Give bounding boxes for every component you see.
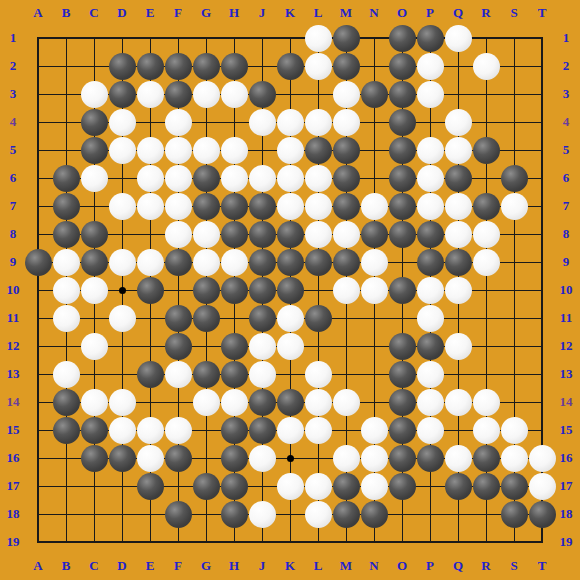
row-label-left: 4 [10, 114, 17, 130]
white-stone [417, 417, 444, 444]
white-stone [165, 137, 192, 164]
white-stone [249, 445, 276, 472]
column-label-top: D [117, 5, 126, 21]
white-stone [473, 389, 500, 416]
white-stone [221, 81, 248, 108]
white-stone [221, 389, 248, 416]
black-stone [137, 277, 164, 304]
row-label-right: 5 [563, 142, 570, 158]
white-stone [193, 81, 220, 108]
white-stone [109, 193, 136, 220]
black-stone [417, 249, 444, 276]
black-stone [417, 333, 444, 360]
white-stone [417, 53, 444, 80]
white-stone [305, 193, 332, 220]
white-stone [277, 305, 304, 332]
white-stone [81, 165, 108, 192]
black-stone [473, 137, 500, 164]
black-stone [193, 361, 220, 388]
row-label-right: 17 [560, 478, 573, 494]
black-stone [249, 305, 276, 332]
black-stone [305, 305, 332, 332]
black-stone [501, 473, 528, 500]
column-label-top: J [259, 5, 266, 21]
white-stone [445, 109, 472, 136]
column-label-top: O [397, 5, 407, 21]
white-stone [445, 333, 472, 360]
black-stone [249, 221, 276, 248]
black-stone [445, 473, 472, 500]
white-stone [81, 277, 108, 304]
black-stone [249, 277, 276, 304]
column-label-bottom: F [174, 558, 182, 574]
white-stone [445, 221, 472, 248]
black-stone [473, 473, 500, 500]
row-label-right: 13 [560, 366, 573, 382]
white-stone [193, 137, 220, 164]
black-stone [277, 277, 304, 304]
white-stone [109, 109, 136, 136]
column-label-top: S [510, 5, 517, 21]
white-stone [445, 137, 472, 164]
grid-line-horizontal [37, 374, 543, 375]
white-stone [81, 333, 108, 360]
black-stone [417, 445, 444, 472]
black-stone [333, 193, 360, 220]
white-stone [417, 81, 444, 108]
column-label-top: L [314, 5, 323, 21]
column-label-top: P [426, 5, 434, 21]
black-stone [389, 137, 416, 164]
black-stone [501, 501, 528, 528]
column-label-top: Q [453, 5, 463, 21]
white-stone [277, 137, 304, 164]
black-stone [81, 417, 108, 444]
black-stone [221, 221, 248, 248]
black-stone [361, 501, 388, 528]
black-stone [333, 165, 360, 192]
star-point [119, 287, 126, 294]
black-stone [165, 249, 192, 276]
row-label-right: 16 [560, 450, 573, 466]
white-stone [445, 25, 472, 52]
white-stone [137, 165, 164, 192]
white-stone [501, 417, 528, 444]
column-label-bottom: D [117, 558, 126, 574]
white-stone [305, 389, 332, 416]
white-stone [109, 305, 136, 332]
row-label-right: 19 [560, 534, 573, 550]
white-stone [277, 473, 304, 500]
black-stone [81, 445, 108, 472]
column-label-top: T [538, 5, 547, 21]
black-stone [53, 417, 80, 444]
white-stone [305, 473, 332, 500]
black-stone [165, 305, 192, 332]
white-stone [221, 249, 248, 276]
white-stone [445, 193, 472, 220]
white-stone [109, 249, 136, 276]
black-stone [221, 417, 248, 444]
black-stone [249, 389, 276, 416]
white-stone [501, 445, 528, 472]
black-stone [445, 165, 472, 192]
white-stone [473, 221, 500, 248]
black-stone [221, 193, 248, 220]
white-stone [333, 389, 360, 416]
column-label-top: H [229, 5, 239, 21]
black-stone [137, 53, 164, 80]
column-label-bottom: K [285, 558, 295, 574]
row-label-left: 2 [10, 58, 17, 74]
white-stone [53, 305, 80, 332]
column-label-top: N [369, 5, 378, 21]
white-stone [305, 417, 332, 444]
column-label-bottom: B [62, 558, 71, 574]
column-label-top: R [481, 5, 490, 21]
white-stone [305, 501, 332, 528]
row-label-left: 8 [10, 226, 17, 242]
black-stone [333, 53, 360, 80]
white-stone [193, 221, 220, 248]
black-stone [165, 445, 192, 472]
column-label-bottom: H [229, 558, 239, 574]
black-stone [389, 277, 416, 304]
white-stone [333, 109, 360, 136]
black-stone [389, 445, 416, 472]
white-stone [165, 165, 192, 192]
white-stone [529, 445, 556, 472]
black-stone [389, 361, 416, 388]
column-label-bottom: R [481, 558, 490, 574]
black-stone [249, 193, 276, 220]
black-stone [109, 445, 136, 472]
white-stone [417, 165, 444, 192]
column-label-top: B [62, 5, 71, 21]
black-stone [53, 221, 80, 248]
white-stone [109, 389, 136, 416]
white-stone [249, 501, 276, 528]
black-stone [109, 81, 136, 108]
white-stone [305, 109, 332, 136]
white-stone [361, 417, 388, 444]
black-stone [249, 417, 276, 444]
row-label-left: 1 [10, 30, 17, 46]
column-label-bottom: A [33, 558, 42, 574]
white-stone [445, 445, 472, 472]
white-stone [277, 109, 304, 136]
row-label-right: 12 [560, 338, 573, 354]
white-stone [81, 389, 108, 416]
black-stone [249, 249, 276, 276]
black-stone [53, 389, 80, 416]
white-stone [137, 249, 164, 276]
white-stone [193, 389, 220, 416]
white-stone [305, 25, 332, 52]
black-stone [165, 53, 192, 80]
white-stone [417, 137, 444, 164]
white-stone [221, 165, 248, 192]
row-label-left: 13 [7, 366, 20, 382]
column-label-bottom: J [259, 558, 266, 574]
black-stone [389, 193, 416, 220]
white-stone [137, 417, 164, 444]
black-stone [53, 193, 80, 220]
black-stone [389, 473, 416, 500]
row-label-right: 11 [560, 310, 572, 326]
black-stone [221, 361, 248, 388]
column-label-bottom: O [397, 558, 407, 574]
black-stone [81, 221, 108, 248]
white-stone [417, 305, 444, 332]
white-stone [249, 333, 276, 360]
white-stone [333, 81, 360, 108]
white-stone [305, 165, 332, 192]
white-stone [361, 193, 388, 220]
black-stone [473, 445, 500, 472]
white-stone [333, 277, 360, 304]
black-stone [81, 137, 108, 164]
black-stone [305, 137, 332, 164]
black-stone [389, 53, 416, 80]
black-stone [193, 305, 220, 332]
black-stone [193, 165, 220, 192]
black-stone [25, 249, 52, 276]
row-label-left: 6 [10, 170, 17, 186]
white-stone [221, 137, 248, 164]
black-stone [305, 249, 332, 276]
white-stone [305, 361, 332, 388]
white-stone [305, 221, 332, 248]
white-stone [81, 81, 108, 108]
black-stone [361, 221, 388, 248]
black-stone [221, 277, 248, 304]
white-stone [165, 109, 192, 136]
black-stone [417, 221, 444, 248]
column-label-bottom: S [510, 558, 517, 574]
row-label-right: 2 [563, 58, 570, 74]
white-stone [165, 193, 192, 220]
row-label-right: 1 [563, 30, 570, 46]
white-stone [305, 53, 332, 80]
column-label-top: A [33, 5, 42, 21]
black-stone [277, 221, 304, 248]
black-stone [389, 81, 416, 108]
column-label-bottom: L [314, 558, 323, 574]
row-label-left: 10 [7, 282, 20, 298]
black-stone [501, 165, 528, 192]
row-label-right: 8 [563, 226, 570, 242]
white-stone [361, 277, 388, 304]
white-stone [249, 361, 276, 388]
black-stone [137, 361, 164, 388]
row-label-left: 3 [10, 86, 17, 102]
black-stone [249, 81, 276, 108]
black-stone [389, 389, 416, 416]
black-stone [81, 109, 108, 136]
grid-line-horizontal [37, 514, 543, 515]
column-label-bottom: M [340, 558, 352, 574]
column-label-top: F [174, 5, 182, 21]
white-stone [529, 473, 556, 500]
white-stone [137, 81, 164, 108]
white-stone [277, 165, 304, 192]
row-label-right: 3 [563, 86, 570, 102]
row-label-right: 10 [560, 282, 573, 298]
white-stone [333, 221, 360, 248]
white-stone [501, 193, 528, 220]
row-label-left: 18 [7, 506, 20, 522]
black-stone [221, 53, 248, 80]
column-label-bottom: P [426, 558, 434, 574]
white-stone [277, 417, 304, 444]
column-label-bottom: G [201, 558, 211, 574]
row-label-left: 17 [7, 478, 20, 494]
black-stone [221, 445, 248, 472]
row-label-right: 15 [560, 422, 573, 438]
white-stone [165, 221, 192, 248]
white-stone [137, 137, 164, 164]
white-stone [165, 361, 192, 388]
black-stone [361, 81, 388, 108]
column-label-top: G [201, 5, 211, 21]
row-label-left: 15 [7, 422, 20, 438]
column-label-top: K [285, 5, 295, 21]
black-stone [193, 277, 220, 304]
black-stone [221, 473, 248, 500]
go-board[interactable]: AABBCCDDEEFFGGHHJJKKLLMMNNOOPPQQRRSSTT11… [0, 0, 580, 580]
row-label-left: 14 [7, 394, 20, 410]
black-stone [389, 25, 416, 52]
black-stone [193, 193, 220, 220]
row-label-left: 12 [7, 338, 20, 354]
black-stone [165, 501, 192, 528]
row-label-right: 7 [563, 198, 570, 214]
row-label-right: 18 [560, 506, 573, 522]
black-stone [333, 473, 360, 500]
white-stone [333, 445, 360, 472]
black-stone [53, 165, 80, 192]
row-label-right: 4 [563, 114, 570, 130]
black-stone [389, 109, 416, 136]
white-stone [473, 417, 500, 444]
white-stone [277, 333, 304, 360]
black-stone [333, 249, 360, 276]
row-label-right: 6 [563, 170, 570, 186]
white-stone [473, 53, 500, 80]
white-stone [445, 389, 472, 416]
white-stone [53, 277, 80, 304]
black-stone [389, 221, 416, 248]
row-label-left: 11 [7, 310, 19, 326]
white-stone [53, 249, 80, 276]
white-stone [417, 361, 444, 388]
black-stone [529, 501, 556, 528]
row-label-left: 9 [10, 254, 17, 270]
white-stone [109, 137, 136, 164]
white-stone [417, 193, 444, 220]
black-stone [473, 193, 500, 220]
white-stone [277, 193, 304, 220]
white-stone [249, 165, 276, 192]
black-stone [221, 333, 248, 360]
white-stone [361, 473, 388, 500]
black-stone [109, 53, 136, 80]
row-label-left: 5 [10, 142, 17, 158]
black-stone [333, 25, 360, 52]
black-stone [389, 417, 416, 444]
white-stone [361, 445, 388, 472]
white-stone [473, 249, 500, 276]
white-stone [361, 249, 388, 276]
white-stone [109, 417, 136, 444]
white-stone [193, 249, 220, 276]
column-label-top: C [89, 5, 98, 21]
column-label-bottom: Q [453, 558, 463, 574]
column-label-bottom: N [369, 558, 378, 574]
black-stone [277, 249, 304, 276]
column-label-bottom: C [89, 558, 98, 574]
white-stone [417, 277, 444, 304]
white-stone [137, 445, 164, 472]
black-stone [137, 473, 164, 500]
white-stone [445, 277, 472, 304]
black-stone [333, 137, 360, 164]
black-stone [417, 25, 444, 52]
black-stone [193, 53, 220, 80]
black-stone [81, 249, 108, 276]
white-stone [165, 417, 192, 444]
row-label-right: 14 [560, 394, 573, 410]
star-point [287, 455, 294, 462]
white-stone [417, 389, 444, 416]
black-stone [333, 501, 360, 528]
row-label-left: 16 [7, 450, 20, 466]
column-label-top: M [340, 5, 352, 21]
column-label-bottom: T [538, 558, 547, 574]
white-stone [53, 361, 80, 388]
column-label-bottom: E [146, 558, 155, 574]
grid-line-horizontal [37, 541, 543, 543]
black-stone [445, 249, 472, 276]
column-label-top: E [146, 5, 155, 21]
row-label-left: 7 [10, 198, 17, 214]
black-stone [193, 473, 220, 500]
row-label-right: 9 [563, 254, 570, 270]
black-stone [221, 501, 248, 528]
black-stone [277, 389, 304, 416]
black-stone [165, 81, 192, 108]
black-stone [277, 53, 304, 80]
white-stone [249, 109, 276, 136]
black-stone [165, 333, 192, 360]
white-stone [137, 193, 164, 220]
row-label-left: 19 [7, 534, 20, 550]
black-stone [389, 165, 416, 192]
black-stone [389, 333, 416, 360]
